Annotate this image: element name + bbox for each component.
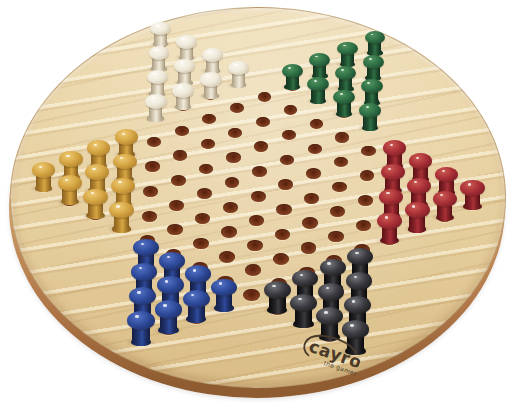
peg-highlight [167,256,171,258]
hole-r11-c6[interactable] [301,242,317,254]
peg-cap [377,213,402,230]
peg-cap [145,94,167,109]
peg-highlight [340,93,343,95]
peg-cap [292,270,319,288]
hole-r6-c3[interactable] [171,175,186,186]
peg-highlight [191,294,195,297]
hole-r7-c7[interactable] [308,144,322,155]
hole-r7-c3[interactable] [197,188,212,199]
peg-highlight [66,155,69,157]
peg-highlight [156,25,159,27]
peg-cap [172,83,194,98]
peg-yellow[interactable] [32,162,56,192]
peg-highlight [139,267,143,269]
peg-cap [159,252,185,269]
peg-highlight [388,168,391,170]
peg-highlight [352,300,356,303]
peg-cap [211,279,238,297]
peg-white[interactable] [149,46,170,72]
peg-cap [337,42,358,56]
peg-white[interactable] [145,94,167,122]
peg-highlight [343,45,346,47]
peg-red[interactable] [405,202,430,233]
peg-highlight [193,269,197,271]
hole-r6-c6[interactable] [254,141,268,151]
hole-r8-c8[interactable] [361,146,375,157]
hole-r11-c4[interactable] [245,264,261,276]
peg-red[interactable] [433,191,458,222]
peg-highlight [440,194,443,196]
peg-green[interactable] [309,53,330,79]
hole-r5-c7[interactable] [256,117,270,127]
hole-r8-c6[interactable] [306,168,321,179]
peg-cap [363,55,384,69]
hole-r8-c4[interactable] [251,191,266,202]
peg-green[interactable] [363,55,384,81]
peg-highlight [369,58,372,60]
peg-highlight [135,315,139,318]
peg-green[interactable] [359,103,381,131]
peg-cap [115,129,138,144]
peg-highlight [350,324,354,327]
peg-cap [379,189,403,205]
peg-cap [129,287,156,305]
hole-r12-c4[interactable] [243,289,260,301]
peg-white[interactable] [174,59,195,86]
peg-highlight [219,282,223,284]
peg-cap [85,164,109,180]
peg-green[interactable] [307,77,329,104]
peg-highlight [208,51,211,53]
peg-cap [157,276,184,294]
peg-green[interactable] [335,66,356,93]
peg-highlight [137,291,141,294]
peg-highlight [468,183,471,185]
peg-highlight [122,133,125,135]
hole-r10-c3[interactable] [219,251,235,263]
hole-r4-c4[interactable] [147,137,161,147]
peg-cap [460,180,484,196]
peg-cap [59,151,83,167]
peg-highlight [155,49,158,51]
peg-cap [433,191,458,207]
scene: cayro the games [0,0,512,409]
peg-green[interactable] [282,64,303,91]
peg-cap [365,31,386,45]
peg-highlight [181,62,184,64]
hole-r7-c6[interactable] [280,155,294,166]
peg-highlight [288,67,291,69]
hole-r6-c2[interactable] [143,186,158,197]
hole-r10-c8[interactable] [358,195,373,206]
peg-highlight [163,304,167,307]
peg-cap [131,263,157,281]
peg-cap [127,311,155,329]
peg-cap [111,178,135,194]
peg-highlight [414,181,417,183]
hole-r8-c1[interactable] [167,224,183,235]
peg-cap [87,140,110,156]
hole-r11-c8[interactable] [356,220,372,231]
peg-cap [435,167,459,183]
peg-highlight [341,69,344,71]
peg-cap [407,178,431,194]
hole-r6-c8[interactable] [310,119,324,129]
peg-highlight [355,252,359,254]
peg-cap [113,154,137,170]
peg-cap [316,307,343,325]
peg-cap [176,35,197,49]
hole-r10-c4[interactable] [247,240,263,252]
peg-cap [318,283,345,301]
peg-blue[interactable] [155,300,182,334]
peg-cap [335,66,356,80]
peg-highlight [314,80,317,82]
peg-highlight [116,205,119,207]
peg-cap [347,248,373,265]
hole-r6-c7[interactable] [282,130,296,140]
hole-r7-c2[interactable] [169,200,184,211]
peg-highlight [416,157,419,159]
chinese-checkers-board: cayro the games [10,7,506,388]
peg-cap [290,294,317,312]
peg-white[interactable] [200,72,222,99]
hole-r5-c6[interactable] [228,128,242,138]
peg-highlight [324,311,328,314]
hole-r4-c5[interactable] [175,126,189,136]
peg-cap [383,140,406,156]
peg-cap [333,90,355,105]
peg-highlight [412,205,415,207]
peg-highlight [94,144,97,146]
peg-yellow[interactable] [109,202,134,233]
peg-green[interactable] [361,79,383,106]
hole-r8-c2[interactable] [195,213,210,224]
peg-highlight [39,166,42,168]
peg-cap [359,103,381,118]
peg-cap [83,189,108,205]
peg-highlight [92,168,95,170]
hole-r11-c7[interactable] [328,231,344,243]
hole-r6-c5[interactable] [226,152,240,163]
peg-highlight [120,157,123,159]
peg-white[interactable] [172,83,194,110]
peg-red[interactable] [377,213,402,244]
hole-r9-c4[interactable] [249,215,264,226]
peg-cap [309,53,330,67]
hole-r5-c8[interactable] [284,105,298,115]
peg-cap [155,300,182,318]
peg-blue[interactable] [183,290,210,324]
hole-r10-c5[interactable] [275,229,291,240]
peg-cap [150,22,170,36]
peg-yellow[interactable] [83,189,108,220]
peg-highlight [315,56,318,58]
hole-r4-c7[interactable] [230,103,244,113]
peg-highlight [390,144,393,146]
peg-cap [307,77,329,91]
peg-highlight [182,38,185,40]
peg-cap [405,202,430,219]
hole-r7-c5[interactable] [252,166,267,177]
peg-green[interactable] [333,90,355,117]
hole-r9-c8[interactable] [360,170,375,181]
hole-r5-c5[interactable] [201,139,215,149]
hole-r9-c5[interactable] [276,204,291,215]
peg-blue[interactable] [211,279,238,312]
peg-green[interactable] [365,31,386,57]
peg-white[interactable] [202,48,223,74]
peg-blue[interactable] [127,311,155,345]
peg-cap [361,79,383,94]
peg-highlight [141,243,144,245]
peg-cap [32,162,56,178]
peg-cap [320,259,346,277]
peg-highlight [298,298,302,301]
peg-cap [409,153,433,169]
hole-r5-c4[interactable] [173,150,187,161]
peg-cap [344,296,371,314]
peg-cap [109,202,134,219]
peg-cap [264,281,291,299]
peg-cap [381,164,405,180]
peg-highlight [371,34,374,36]
peg-white[interactable] [176,35,197,61]
peg-highlight [151,97,154,99]
peg-highlight [207,75,210,77]
peg-black[interactable] [264,281,291,315]
peg-cap [346,272,373,290]
hole-r7-c4[interactable] [225,177,240,188]
hole-r8-c3[interactable] [223,202,238,213]
peg-highlight [354,276,358,278]
hole-r9-c7[interactable] [332,182,347,193]
hole-r10-c7[interactable] [330,206,345,217]
peg-highlight [179,86,182,88]
peg-highlight [272,285,276,288]
peg-highlight [165,280,169,282]
peg-cap [174,59,195,73]
peg-red[interactable] [460,180,484,210]
hole-r4-c8[interactable] [258,92,272,102]
peg-cap [200,72,222,86]
peg-highlight [367,82,370,84]
hole-r9-c3[interactable] [221,226,237,237]
peg-cap [282,64,303,78]
peg-highlight [385,216,388,218]
hole-r11-c5[interactable] [273,253,289,265]
peg-highlight [153,73,156,75]
hole-r7-c8[interactable] [335,132,349,142]
peg-highlight [386,192,389,194]
peg-highlight [65,179,68,181]
peg-highlight [326,287,330,290]
peg-cap [149,46,170,60]
peg-highlight [234,64,237,66]
peg-black[interactable] [290,294,317,328]
peg-cap [228,61,249,75]
hole-r7-c1[interactable] [142,211,157,222]
peg-highlight [91,192,94,194]
peg-highlight [300,274,304,276]
hole-r10-c6[interactable] [302,217,317,228]
peg-highlight [366,106,369,108]
hole-r4-c6[interactable] [202,114,216,124]
peg-highlight [327,262,331,264]
peg-cap [185,265,211,283]
peg-white[interactable] [150,22,170,47]
peg-yellow[interactable] [58,175,82,205]
hole-r9-c6[interactable] [304,193,319,204]
peg-white[interactable] [147,70,169,97]
peg-green[interactable] [337,42,358,68]
hole-r8-c7[interactable] [334,157,349,168]
peg-highlight [118,181,121,183]
peg-highlight [442,170,445,172]
hole-r9-c2[interactable] [193,238,209,250]
hole-r5-c3[interactable] [145,161,160,172]
peg-white[interactable] [228,61,249,88]
hole-r8-c5[interactable] [278,179,293,190]
hole-r6-c4[interactable] [199,164,214,175]
peg-cap [147,70,169,84]
peg-cap [183,290,210,308]
peg-cap [133,239,159,256]
peg-cap [202,48,223,62]
